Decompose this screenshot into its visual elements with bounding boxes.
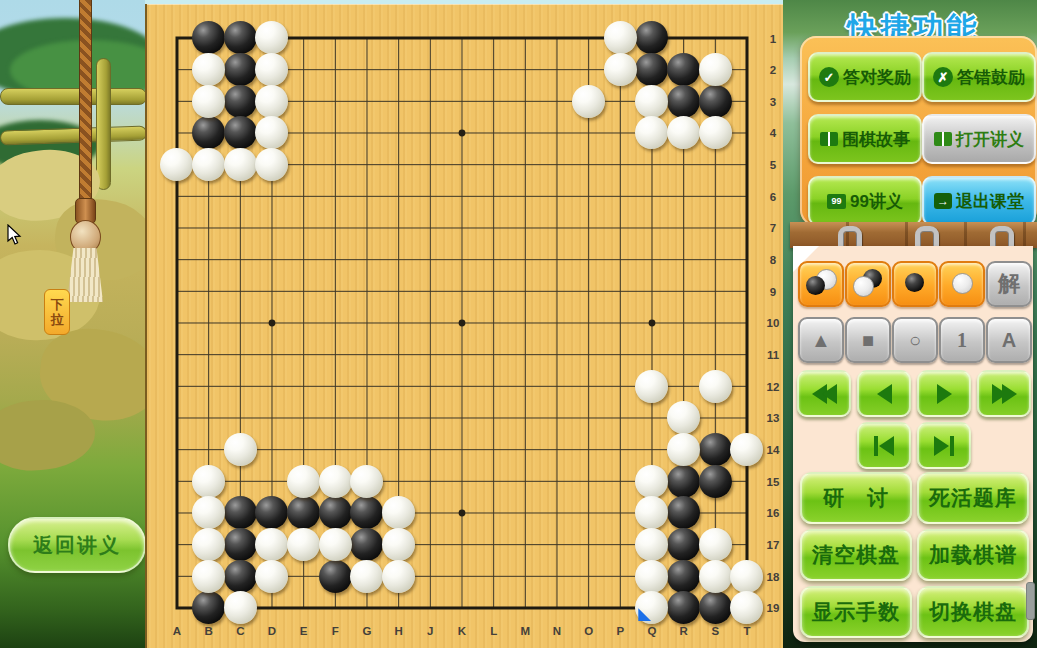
open-book-icon xyxy=(934,132,952,146)
reward-correct-button[interactable]: ✓ 答对奖励 xyxy=(808,52,922,102)
svg-text:16: 16 xyxy=(767,507,780,519)
white-stone-icon xyxy=(952,273,973,294)
stone-C16[interactable] xyxy=(224,496,257,529)
bamboo-fence xyxy=(0,88,147,105)
svg-text:11: 11 xyxy=(767,349,780,361)
circle-marker-tool[interactable]: ○ xyxy=(892,317,938,363)
stone-G15[interactable] xyxy=(350,465,383,498)
forward-icon xyxy=(937,384,952,404)
button-label: 围棋故事 xyxy=(842,128,910,151)
start-bar-icon xyxy=(874,436,878,456)
triangle-marker-tool[interactable]: ▲ xyxy=(798,317,844,363)
stone-R15[interactable] xyxy=(667,465,700,498)
stone-F18[interactable] xyxy=(319,560,352,593)
bamboo-post xyxy=(96,58,111,190)
square-marker-tool[interactable]: ■ xyxy=(845,317,891,363)
stone-R2[interactable] xyxy=(667,53,700,86)
svg-text:T: T xyxy=(743,625,750,637)
backward-icon xyxy=(822,384,837,404)
stone-R14[interactable] xyxy=(667,433,700,466)
number-marker-tool[interactable]: 1 xyxy=(939,317,985,363)
svg-text:3: 3 xyxy=(770,96,776,108)
svg-text:8: 8 xyxy=(770,254,777,266)
stone-Q1[interactable] xyxy=(635,21,668,54)
stone-Q15[interactable] xyxy=(635,465,668,498)
book-99-icon: 99 xyxy=(827,194,846,209)
svg-text:12: 12 xyxy=(767,381,780,393)
exit-icon: → xyxy=(934,193,952,209)
lecture-99-button[interactable]: 99 99讲义 xyxy=(808,176,922,226)
scrollbar-handle[interactable] xyxy=(1026,582,1035,620)
svg-text:19: 19 xyxy=(767,602,780,614)
svg-text:6: 6 xyxy=(770,191,776,203)
svg-text:13: 13 xyxy=(767,412,780,424)
stone-G18[interactable] xyxy=(350,560,383,593)
stone-B17[interactable] xyxy=(192,528,225,561)
quick-functions-panel: ✓ 答对奖励 ✗ 答错鼓励 围棋故事 打开讲义 99 99讲义 → 退出课堂 xyxy=(800,36,1037,226)
svg-text:2: 2 xyxy=(770,64,776,76)
stone-T14[interactable] xyxy=(730,433,763,466)
stone-C5[interactable] xyxy=(224,148,257,181)
alternate-black-first-tool[interactable] xyxy=(798,261,844,307)
stone-C3[interactable] xyxy=(224,85,257,118)
stone-R16[interactable] xyxy=(667,496,700,529)
stone-H17[interactable] xyxy=(382,528,415,561)
button-label: 99讲义 xyxy=(850,190,903,213)
svg-text:4: 4 xyxy=(770,127,777,139)
life-death-problems-button[interactable]: 死活题库 xyxy=(917,472,1029,524)
stone-G17[interactable] xyxy=(350,528,383,561)
svg-text:Q: Q xyxy=(648,625,657,637)
letter-marker-tool[interactable]: A xyxy=(986,317,1032,363)
pull-rope[interactable] xyxy=(79,0,92,216)
pull-down-char-1: 下 xyxy=(51,297,64,312)
stone-C2[interactable] xyxy=(224,53,257,86)
black-stone-icon xyxy=(806,276,825,295)
app-window: 下 拉 返回讲义 ABCDEFGHJKLMNOPQRST123456789101… xyxy=(0,0,1037,648)
stone-R3[interactable] xyxy=(667,85,700,118)
stone-C4[interactable] xyxy=(224,116,257,149)
stone-S17[interactable] xyxy=(699,528,732,561)
stone-D16[interactable] xyxy=(255,496,288,529)
stone-G16[interactable] xyxy=(350,496,383,529)
svg-text:5: 5 xyxy=(770,159,777,171)
stone-D5[interactable] xyxy=(255,148,288,181)
svg-text:15: 15 xyxy=(767,476,780,488)
stone-R4[interactable] xyxy=(667,116,700,149)
svg-text:A: A xyxy=(173,625,181,637)
stone-T19[interactable] xyxy=(730,591,763,624)
fast-backward-button[interactable] xyxy=(797,370,851,417)
stone-S3[interactable] xyxy=(699,85,732,118)
stone-S12[interactable] xyxy=(699,370,732,403)
svg-text:14: 14 xyxy=(767,444,780,456)
white-stone-icon xyxy=(853,276,874,297)
stone-F16[interactable] xyxy=(319,496,352,529)
open-lecture-button[interactable]: 打开讲义 xyxy=(922,114,1036,164)
stone-D1[interactable] xyxy=(255,21,288,54)
load-game-record-button[interactable]: 加载棋谱 xyxy=(917,529,1029,581)
alternate-white-first-tool[interactable] xyxy=(845,261,891,307)
show-move-numbers-button[interactable]: 显示手数 xyxy=(800,586,912,638)
go-board: ABCDEFGHJKLMNOPQRST123456789101112131415… xyxy=(145,4,785,648)
stone-S18[interactable] xyxy=(699,560,732,593)
svg-text:18: 18 xyxy=(767,571,780,583)
check-circle-icon: ✓ xyxy=(819,67,839,87)
svg-text:H: H xyxy=(395,625,403,637)
end-bar-icon xyxy=(950,436,954,456)
stone-D17[interactable] xyxy=(255,528,288,561)
place-black-tool[interactable] xyxy=(892,261,938,307)
stone-R13[interactable] xyxy=(667,401,700,434)
svg-text:9: 9 xyxy=(770,286,776,298)
stone-S14[interactable] xyxy=(699,433,732,466)
stone-R17[interactable] xyxy=(667,528,700,561)
svg-text:K: K xyxy=(458,625,467,637)
stone-C14[interactable] xyxy=(224,433,257,466)
stone-Q4[interactable] xyxy=(635,116,668,149)
stone-B1[interactable] xyxy=(192,21,225,54)
stone-E17[interactable] xyxy=(287,528,320,561)
stone-O3[interactable] xyxy=(572,85,605,118)
stone-C1[interactable] xyxy=(224,21,257,54)
svg-text:F: F xyxy=(332,625,339,637)
button-label: 答对奖励 xyxy=(843,66,911,89)
stone-C19[interactable] xyxy=(224,591,257,624)
svg-text:N: N xyxy=(553,625,561,637)
clear-board-button[interactable]: 清空棋盘 xyxy=(800,529,912,581)
backward-icon xyxy=(879,436,894,456)
stone-B15[interactable] xyxy=(192,465,225,498)
fast-forward-button[interactable] xyxy=(977,370,1031,417)
svg-text:R: R xyxy=(679,625,688,637)
stone-F17[interactable] xyxy=(319,528,352,561)
stone-S4[interactable] xyxy=(699,116,732,149)
stone-Q3[interactable] xyxy=(635,85,668,118)
stone-S19[interactable] xyxy=(699,591,732,624)
svg-text:E: E xyxy=(300,625,308,637)
svg-text:P: P xyxy=(616,625,624,637)
pull-down-char-2: 拉 xyxy=(51,312,64,327)
stone-R18[interactable] xyxy=(667,560,700,593)
encourage-wrong-button[interactable]: ✗ 答错鼓励 xyxy=(922,52,1036,102)
discussion-button[interactable]: 研 讨 xyxy=(800,472,912,524)
svg-text:S: S xyxy=(711,625,719,637)
svg-text:J: J xyxy=(427,625,433,637)
mouse-cursor-icon xyxy=(6,224,22,250)
svg-text:1: 1 xyxy=(770,33,777,45)
stone-T18[interactable] xyxy=(730,560,763,593)
svg-text:L: L xyxy=(490,625,497,637)
stone-B3[interactable] xyxy=(192,85,225,118)
black-stone-icon xyxy=(905,273,924,292)
step-forward-button[interactable] xyxy=(917,370,971,417)
backward-icon xyxy=(877,384,892,404)
stone-B18[interactable] xyxy=(192,560,225,593)
button-label: 打开讲义 xyxy=(956,128,1024,151)
stone-Q2[interactable] xyxy=(635,53,668,86)
stone-C18[interactable] xyxy=(224,560,257,593)
stone-E16[interactable] xyxy=(287,496,320,529)
stone-D4[interactable] xyxy=(255,116,288,149)
svg-text:D: D xyxy=(268,625,276,637)
svg-text:B: B xyxy=(205,625,213,637)
forward-icon xyxy=(934,436,949,456)
stone-E15[interactable] xyxy=(287,465,320,498)
stone-A5[interactable] xyxy=(160,148,193,181)
svg-text:G: G xyxy=(363,625,372,637)
last-move-marker xyxy=(638,608,651,621)
stone-R19[interactable] xyxy=(667,591,700,624)
stone-Q17[interactable] xyxy=(635,528,668,561)
stone-grid[interactable] xyxy=(161,22,762,623)
jump-to-start-button[interactable] xyxy=(857,422,911,469)
stone-S15[interactable] xyxy=(699,465,732,498)
stone-S2[interactable] xyxy=(699,53,732,86)
stone-B4[interactable] xyxy=(192,116,225,149)
back-to-lecture-button[interactable]: 返回讲义 xyxy=(8,517,146,573)
book-icon xyxy=(820,132,838,146)
stone-B5[interactable] xyxy=(192,148,225,181)
stone-F15[interactable] xyxy=(319,465,352,498)
svg-text:17: 17 xyxy=(767,539,780,551)
stone-P2[interactable] xyxy=(604,53,637,86)
button-label: 退出课堂 xyxy=(956,190,1024,213)
go-story-button[interactable]: 围棋故事 xyxy=(808,114,922,164)
svg-text:7: 7 xyxy=(770,222,776,234)
stone-C17[interactable] xyxy=(224,528,257,561)
stone-Q18[interactable] xyxy=(635,560,668,593)
jump-to-end-button[interactable] xyxy=(917,422,971,469)
exit-class-button[interactable]: → 退出课堂 xyxy=(922,176,1036,226)
stone-D18[interactable] xyxy=(255,560,288,593)
stone-B19[interactable] xyxy=(192,591,225,624)
pull-down-tag[interactable]: 下 拉 xyxy=(44,289,70,335)
stone-Q12[interactable] xyxy=(635,370,668,403)
stone-B16[interactable] xyxy=(192,496,225,529)
button-label: 答错鼓励 xyxy=(957,66,1025,89)
forward-icon xyxy=(1002,384,1017,404)
switch-board-button[interactable]: 切换棋盘 xyxy=(917,586,1029,638)
stone-Q16[interactable] xyxy=(635,496,668,529)
stone-D2[interactable] xyxy=(255,53,288,86)
svg-text:10: 10 xyxy=(767,317,780,329)
place-white-tool[interactable] xyxy=(939,261,985,307)
svg-text:O: O xyxy=(584,625,593,637)
stone-H16[interactable] xyxy=(382,496,415,529)
stone-P1[interactable] xyxy=(604,21,637,54)
stone-D3[interactable] xyxy=(255,85,288,118)
step-backward-button[interactable] xyxy=(857,370,911,417)
solve-button[interactable]: 解 xyxy=(986,261,1032,307)
stone-H18[interactable] xyxy=(382,560,415,593)
x-circle-icon: ✗ xyxy=(933,67,953,87)
svg-text:M: M xyxy=(521,625,531,637)
stone-Q19[interactable] xyxy=(635,591,668,624)
svg-text:C: C xyxy=(236,625,244,637)
stone-B2[interactable] xyxy=(192,53,225,86)
